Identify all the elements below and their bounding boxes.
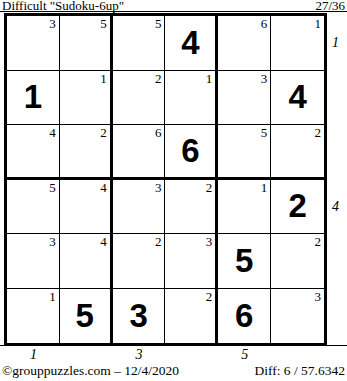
- board: 355461112134426652543212342352153263: [4, 13, 327, 346]
- cell-r2c1[interactable]: 1: [7, 71, 60, 126]
- copyright-text: ©grouppuzzles.com – 12/4/2020: [2, 363, 179, 379]
- cell-r4c2[interactable]: 4: [60, 180, 113, 235]
- pencil-digit: 2: [314, 234, 321, 249]
- cell-r4c4[interactable]: 2: [165, 180, 218, 235]
- solved-digit: 2: [271, 180, 324, 234]
- pencil-digit: 3: [49, 234, 56, 249]
- cell-r5c6[interactable]: 2: [271, 234, 324, 289]
- pencil-digit: 3: [261, 71, 268, 86]
- cell-r2c4[interactable]: 1: [165, 71, 218, 126]
- pencil-digit: 2: [100, 125, 107, 140]
- pencil-digit: 2: [314, 125, 321, 140]
- cell-r2c3[interactable]: 2: [113, 71, 166, 126]
- cell-r6c4[interactable]: 2: [165, 289, 218, 344]
- cell-r3c6[interactable]: 2: [271, 125, 324, 180]
- cell-r6c3[interactable]: 3: [113, 289, 166, 344]
- pencil-digit: 2: [206, 289, 213, 304]
- solved-digit: 5: [218, 234, 270, 288]
- cell-r5c2[interactable]: 4: [60, 234, 113, 289]
- cell-r2c6[interactable]: 4: [271, 71, 324, 126]
- cell-r4c5[interactable]: 1: [218, 180, 271, 235]
- solved-digit: 6: [165, 125, 215, 177]
- cell-r1c1[interactable]: 3: [7, 16, 60, 71]
- cell-r1c4[interactable]: 4: [165, 16, 218, 71]
- cell-r3c3[interactable]: 6: [113, 125, 166, 180]
- row-label-4: 4: [332, 199, 339, 215]
- pencil-digit: 1: [206, 71, 213, 86]
- cell-r6c1[interactable]: 1: [7, 289, 60, 344]
- pencil-digit: 1: [261, 180, 268, 195]
- solved-digit: 1: [7, 71, 59, 125]
- cell-r1c3[interactable]: 5: [113, 16, 166, 71]
- pencil-digit: 6: [261, 16, 268, 31]
- pencil-digit: 2: [206, 180, 213, 195]
- footer-rule: [0, 345, 347, 346]
- cell-r6c2[interactable]: 5: [60, 289, 113, 344]
- cell-r3c2[interactable]: 2: [60, 125, 113, 180]
- pencil-digit: 5: [261, 125, 268, 140]
- col-label-1: 1: [30, 347, 37, 363]
- pencil-digit: 3: [49, 16, 56, 31]
- cell-r1c6[interactable]: 1: [271, 16, 324, 71]
- cell-r2c2[interactable]: 1: [60, 71, 113, 126]
- cell-r5c5[interactable]: 5: [218, 234, 271, 289]
- pencil-digit: 4: [100, 180, 107, 195]
- pencil-digit: 1: [100, 71, 107, 86]
- puzzle-page: Difficult "Sudoku-6up" 27/36 35546111213…: [0, 0, 347, 381]
- cell-r3c4[interactable]: 6: [165, 125, 218, 180]
- pencil-digit: 2: [155, 71, 162, 86]
- cell-r5c4[interactable]: 3: [165, 234, 218, 289]
- cell-r2c5[interactable]: 3: [218, 71, 271, 126]
- col-label-3: 3: [136, 347, 143, 363]
- pencil-digit: 5: [155, 16, 162, 31]
- cell-r4c3[interactable]: 3: [113, 180, 166, 235]
- cell-r3c5[interactable]: 5: [218, 125, 271, 180]
- pencil-digit: 3: [314, 289, 321, 304]
- solved-digit: 3: [113, 289, 165, 344]
- col-label-5: 5: [241, 347, 248, 363]
- pencil-digit: 5: [100, 16, 107, 31]
- solved-digit: 4: [165, 16, 215, 70]
- pencil-digit: 5: [49, 180, 56, 195]
- pencil-digit: 1: [49, 289, 56, 304]
- cell-r5c1[interactable]: 3: [7, 234, 60, 289]
- pencil-digit: 1: [314, 16, 321, 31]
- cell-r6c5[interactable]: 6: [218, 289, 271, 344]
- cell-r3c1[interactable]: 4: [7, 125, 60, 180]
- pencil-digit: 3: [206, 234, 213, 249]
- cell-r1c2[interactable]: 5: [60, 16, 113, 71]
- cell-r5c3[interactable]: 2: [113, 234, 166, 289]
- difficulty-text: Diff: 6 / 57.6342: [255, 363, 346, 379]
- pencil-digit: 2: [155, 234, 162, 249]
- cell-r1c5[interactable]: 6: [218, 16, 271, 71]
- solved-digit: 4: [271, 71, 324, 125]
- pencil-digit: 3: [155, 180, 162, 195]
- pencil-digit: 4: [49, 125, 56, 140]
- pencil-digit: 6: [155, 125, 162, 140]
- cell-r4c1[interactable]: 5: [7, 180, 60, 235]
- solved-digit: 6: [218, 289, 270, 344]
- solved-digit: 5: [60, 289, 110, 344]
- row-label-1: 1: [332, 35, 339, 51]
- cell-r4c6[interactable]: 2: [271, 180, 324, 235]
- pencil-digit: 4: [100, 234, 107, 249]
- header-rule: [0, 11, 347, 12]
- cell-r6c6[interactable]: 3: [271, 289, 324, 344]
